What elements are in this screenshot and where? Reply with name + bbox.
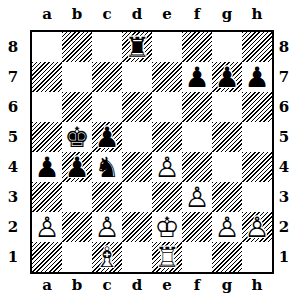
square-g5[interactable] [212,122,242,152]
file-label-a: a [32,274,62,295]
file-label-f: f [182,274,212,295]
rank-label-3: 3 [273,182,295,212]
file-label-c: c [92,3,122,25]
rank-label-2: 2 [273,212,295,242]
square-h7[interactable]: ♟♟ [242,62,272,92]
square-d2[interactable] [122,212,152,242]
file-label-g: g [212,274,242,295]
square-d4[interactable] [122,152,152,182]
file-label-h: h [242,3,272,25]
file-label-b: b [62,274,92,295]
piece-white-rook: ♖ [152,242,182,272]
square-b8[interactable] [62,32,92,62]
file-label-d: d [122,3,152,25]
rank-label-6: 6 [273,92,295,122]
piece-black-pawn: ♟ [62,152,92,182]
piece-white-pawn: ♙ [212,212,242,242]
piece-fill-white-king: ♚ [152,212,182,242]
square-g3[interactable] [212,182,242,212]
square-e3[interactable] [152,182,182,212]
rank-label-5: 5 [2,122,24,152]
rank-labels-left: 87654321 [2,32,24,272]
square-c5[interactable]: ♟♟ [92,122,122,152]
piece-fill-black-pawn: ♟ [32,152,62,182]
square-f8[interactable] [182,32,212,62]
square-c8[interactable] [92,32,122,62]
square-a2[interactable]: ♟♙ [32,212,62,242]
file-label-e: e [152,3,182,25]
square-f3[interactable]: ♟♙ [182,182,212,212]
square-f4[interactable] [182,152,212,182]
piece-white-king: ♔ [152,212,182,242]
square-f2[interactable] [182,212,212,242]
piece-white-pawn: ♙ [92,212,122,242]
square-b3[interactable] [62,182,92,212]
piece-fill-white-pawn: ♟ [32,212,62,242]
rank-label-6: 6 [2,92,24,122]
square-h4[interactable] [242,152,272,182]
square-g1[interactable] [212,242,242,272]
rank-label-5: 5 [273,122,295,152]
square-c4[interactable]: ♞♞ [92,152,122,182]
piece-fill-black-pawn: ♟ [242,62,272,92]
piece-fill-black-pawn: ♟ [62,152,92,182]
square-c1[interactable]: ♝♗ [92,242,122,272]
rank-labels-right: 87654321 [273,32,295,272]
rank-label-7: 7 [273,62,295,92]
square-f5[interactable] [182,122,212,152]
piece-fill-white-bishop: ♝ [92,242,122,272]
piece-white-pawn: ♙ [152,152,182,182]
file-label-d: d [122,274,152,295]
chess-board: ♜♜♟♟♟♟♟♟♚♚♟♟♟♟♟♟♞♞♟♙♟♙♟♙♟♙♚♔♟♙♟♙♝♗♜♖ [30,30,274,274]
file-label-c: c [92,274,122,295]
square-g2[interactable]: ♟♙ [212,212,242,242]
square-b1[interactable] [62,242,92,272]
file-labels-top: abcdefgh [32,3,272,25]
square-c6[interactable] [92,92,122,122]
rank-label-2: 2 [2,212,24,242]
file-label-b: b [62,3,92,25]
square-b6[interactable] [62,92,92,122]
square-d3[interactable] [122,182,152,212]
square-a8[interactable] [32,32,62,62]
piece-white-bishop: ♗ [92,242,122,272]
square-g8[interactable] [212,32,242,62]
square-g4[interactable] [212,152,242,182]
piece-white-pawn: ♙ [182,182,212,212]
piece-fill-white-pawn: ♟ [152,152,182,182]
square-h8[interactable] [242,32,272,62]
square-c3[interactable] [92,182,122,212]
chess-diagram: abcdefgh 87654321 ♜♜♟♟♟♟♟♟♚♚♟♟♟♟♟♟♞♞♟♙♟♙… [0,0,295,295]
square-e5[interactable] [152,122,182,152]
file-label-f: f [182,3,212,25]
square-c7[interactable] [92,62,122,92]
piece-fill-white-pawn: ♟ [92,212,122,242]
piece-black-rook: ♜ [122,32,152,62]
square-a4[interactable]: ♟♟ [32,152,62,182]
piece-black-knight: ♞ [92,152,122,182]
square-h6[interactable] [242,92,272,122]
file-labels-bottom: abcdefgh [32,274,272,295]
square-b5[interactable]: ♚♚ [62,122,92,152]
square-e1[interactable]: ♜♖ [152,242,182,272]
piece-fill-white-pawn: ♟ [242,212,272,242]
piece-fill-white-rook: ♜ [152,242,182,272]
rank-label-8: 8 [273,32,295,62]
rank-label-4: 4 [2,152,24,182]
piece-fill-black-knight: ♞ [92,152,122,182]
square-e2[interactable]: ♚♔ [152,212,182,242]
square-h1[interactable] [242,242,272,272]
piece-white-pawn: ♙ [242,212,272,242]
rank-label-8: 8 [2,32,24,62]
file-label-h: h [242,274,272,295]
square-h2[interactable]: ♟♙ [242,212,272,242]
square-a1[interactable] [32,242,62,272]
square-g6[interactable] [212,92,242,122]
rank-label-1: 1 [273,242,295,272]
piece-fill-white-pawn: ♟ [182,182,212,212]
square-b2[interactable] [62,212,92,242]
file-label-g: g [212,3,242,25]
square-b7[interactable] [62,62,92,92]
square-a7[interactable] [32,62,62,92]
square-a5[interactable] [32,122,62,152]
square-f7[interactable]: ♟♟ [182,62,212,92]
square-b4[interactable]: ♟♟ [62,152,92,182]
square-f6[interactable] [182,92,212,122]
piece-black-pawn: ♟ [242,62,272,92]
square-a3[interactable] [32,182,62,212]
square-h3[interactable] [242,182,272,212]
piece-black-pawn: ♟ [182,62,212,92]
square-a6[interactable] [32,92,62,122]
piece-white-pawn: ♙ [32,212,62,242]
piece-black-king: ♚ [62,122,92,152]
piece-fill-black-pawn: ♟ [212,62,242,92]
piece-fill-black-rook: ♜ [122,32,152,62]
file-label-a: a [32,3,62,25]
piece-black-pawn: ♟ [212,62,242,92]
piece-fill-black-pawn: ♟ [92,122,122,152]
piece-fill-black-pawn: ♟ [182,62,212,92]
square-g7[interactable]: ♟♟ [212,62,242,92]
piece-black-pawn: ♟ [92,122,122,152]
piece-black-pawn: ♟ [32,152,62,182]
square-d1[interactable] [122,242,152,272]
square-e7[interactable] [152,62,182,92]
square-d6[interactable] [122,92,152,122]
square-d5[interactable] [122,122,152,152]
piece-fill-black-king: ♚ [62,122,92,152]
rank-label-3: 3 [2,182,24,212]
square-f1[interactable] [182,242,212,272]
square-d8[interactable]: ♜♜ [122,32,152,62]
square-e8[interactable] [152,32,182,62]
rank-label-1: 1 [2,242,24,272]
square-d7[interactable] [122,62,152,92]
square-e4[interactable]: ♟♙ [152,152,182,182]
file-label-e: e [152,274,182,295]
square-c2[interactable]: ♟♙ [92,212,122,242]
square-h5[interactable] [242,122,272,152]
rank-label-4: 4 [273,152,295,182]
rank-label-7: 7 [2,62,24,92]
square-e6[interactable] [152,92,182,122]
piece-fill-white-pawn: ♟ [212,212,242,242]
